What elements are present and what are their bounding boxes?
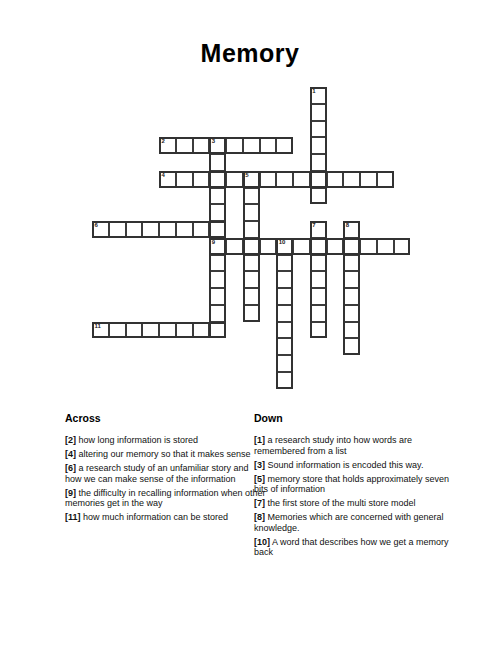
grid-cell[interactable]: 7: [310, 221, 327, 238]
grid-cell[interactable]: [209, 288, 226, 305]
clue-number: [9]: [65, 488, 76, 498]
grid-cell[interactable]: 10: [276, 238, 293, 255]
grid-cell[interactable]: [193, 322, 210, 339]
grid-cell[interactable]: [377, 171, 394, 188]
grid-cell[interactable]: [243, 271, 260, 288]
grid-cell[interactable]: [360, 171, 377, 188]
clue-text: how long information is stored: [79, 435, 199, 445]
grid-cell[interactable]: [310, 271, 327, 288]
clue-number: [6]: [65, 463, 76, 473]
cell-number: 1: [312, 88, 315, 95]
clue-down-3: [3] Sound information is encoded this wa…: [254, 460, 456, 471]
grid-cell[interactable]: 9: [209, 238, 226, 255]
grid-cell[interactable]: [159, 322, 176, 339]
grid-cell[interactable]: [209, 271, 226, 288]
grid-cell[interactable]: [343, 255, 360, 272]
cell-number: 3: [212, 138, 215, 145]
clue-text: Sound information is encoded this way.: [268, 460, 424, 470]
grid-cell[interactable]: [343, 238, 360, 255]
grid-cell[interactable]: [310, 238, 327, 255]
clue-text: Memories which are concerned with genera…: [254, 512, 444, 533]
grid-cell[interactable]: [276, 355, 293, 372]
grid-cell[interactable]: [209, 204, 226, 221]
grid-cell[interactable]: [310, 171, 327, 188]
grid-cell[interactable]: [260, 171, 277, 188]
grid-cell[interactable]: [260, 137, 277, 154]
clue-text: the difficulty in recalling information …: [65, 488, 265, 509]
grid-cell[interactable]: [209, 255, 226, 272]
clue-number: [4]: [65, 449, 76, 459]
grid-cell[interactable]: [276, 338, 293, 355]
clue-number: [3]: [254, 460, 265, 470]
grid-cell[interactable]: [226, 238, 243, 255]
grid-cell[interactable]: [176, 322, 193, 339]
grid-cell[interactable]: 8: [343, 221, 360, 238]
clue-number: [5]: [254, 474, 265, 484]
clue-text: the first store of the multi store model: [268, 498, 416, 508]
clue-number: [1]: [254, 435, 265, 445]
grid-cell[interactable]: [343, 305, 360, 322]
grid-cell[interactable]: [276, 288, 293, 305]
grid-cell[interactable]: [226, 171, 243, 188]
clue-across-9: [9] the difficulty in recalling informat…: [65, 488, 267, 509]
grid-cell[interactable]: [226, 137, 243, 154]
clue-number: [2]: [65, 435, 76, 445]
grid-cell[interactable]: [276, 322, 293, 339]
grid-cell[interactable]: [276, 255, 293, 272]
puzzle-title: Memory: [0, 39, 500, 68]
down-header: Down: [254, 412, 456, 424]
puzzle-page: Memory 1234567891011 Across [2] how long…: [0, 0, 500, 647]
grid-cell[interactable]: [209, 322, 226, 339]
grid-cell[interactable]: [142, 322, 159, 339]
grid-cell[interactable]: 2: [159, 137, 176, 154]
grid-cell[interactable]: [243, 188, 260, 205]
grid-cell[interactable]: [243, 288, 260, 305]
grid-cell[interactable]: [310, 154, 327, 171]
grid-cell[interactable]: [394, 238, 411, 255]
clue-down-7: [7] the first store of the multi store m…: [254, 498, 456, 509]
clue-across-2: [2] how long information is stored: [65, 435, 267, 446]
clue-text: how much information can be stored: [83, 512, 228, 522]
grid-cell[interactable]: [293, 171, 310, 188]
grid-cell[interactable]: [310, 188, 327, 205]
cell-number: 4: [162, 172, 165, 179]
grid-cell[interactable]: [310, 104, 327, 121]
clue-text: a research study of an unfamiliar story …: [65, 463, 249, 484]
grid-cell[interactable]: [360, 238, 377, 255]
down-clues: Down [1] a research study into how words…: [254, 412, 456, 561]
cell-number: 10: [279, 239, 286, 246]
grid-cell[interactable]: [209, 154, 226, 171]
grid-cell[interactable]: [243, 221, 260, 238]
cell-number: 8: [346, 222, 349, 229]
grid-cell[interactable]: [159, 221, 176, 238]
grid-cell[interactable]: [310, 121, 327, 138]
cell-number: 5: [245, 172, 248, 179]
clue-text: memory store that holds approximately se…: [254, 474, 449, 495]
grid-cell[interactable]: [310, 137, 327, 154]
grid-cell[interactable]: 11: [92, 322, 109, 339]
cell-number: 6: [95, 222, 98, 229]
grid-cell[interactable]: [310, 305, 327, 322]
grid-cell[interactable]: [343, 322, 360, 339]
grid-cell[interactable]: [343, 271, 360, 288]
grid-cell[interactable]: [243, 204, 260, 221]
grid-cell[interactable]: [142, 221, 159, 238]
grid-cell[interactable]: [176, 221, 193, 238]
crossword-grid: 1234567891011: [92, 87, 410, 389]
grid-cell[interactable]: [343, 338, 360, 355]
grid-cell[interactable]: [310, 288, 327, 305]
grid-cell[interactable]: [343, 288, 360, 305]
clue-down-5: [5] memory store that holds approximatel…: [254, 474, 456, 495]
grid-cell[interactable]: [310, 322, 327, 339]
clue-across-11: [11] how much information can be stored: [65, 512, 267, 523]
grid-cell[interactable]: 1: [310, 87, 327, 104]
clue-number: [11]: [65, 512, 81, 522]
grid-cell[interactable]: [109, 221, 126, 238]
grid-cell[interactable]: [276, 372, 293, 389]
cell-number: 2: [162, 138, 165, 145]
grid-cell[interactable]: [243, 255, 260, 272]
grid-cell[interactable]: [276, 271, 293, 288]
grid-cell[interactable]: [209, 221, 226, 238]
grid-cell[interactable]: [126, 322, 143, 339]
grid-cell[interactable]: [176, 171, 193, 188]
across-header: Across: [65, 412, 267, 424]
clue-number: [8]: [254, 512, 265, 522]
grid-cell[interactable]: [343, 171, 360, 188]
clue-down-8: [8] Memories which are concerned with ge…: [254, 512, 456, 533]
clue-text: altering our memory so that it makes sen…: [79, 449, 251, 459]
grid-cell[interactable]: [377, 238, 394, 255]
grid-cell[interactable]: [276, 305, 293, 322]
clue-text: a research study into how words are reme…: [254, 435, 412, 456]
grid-cell[interactable]: 3: [209, 137, 226, 154]
grid-cell[interactable]: [126, 221, 143, 238]
grid-cell[interactable]: [193, 137, 210, 154]
grid-cell[interactable]: 4: [159, 171, 176, 188]
across-clues: Across [2] how long information is store…: [65, 412, 267, 526]
grid-cell[interactable]: [209, 188, 226, 205]
cell-number: 9: [212, 239, 215, 246]
cell-number: 11: [95, 323, 101, 330]
grid-cell[interactable]: [276, 137, 293, 154]
grid-cell[interactable]: [293, 238, 310, 255]
grid-cell[interactable]: [243, 137, 260, 154]
clue-across-6: [6] a research study of an unfamiliar st…: [65, 463, 267, 484]
grid-cell[interactable]: [243, 238, 260, 255]
clue-down-10: [10] A word that describes how we get a …: [254, 537, 456, 558]
grid-cell[interactable]: [327, 171, 344, 188]
grid-cell[interactable]: 5: [243, 171, 260, 188]
grid-cell[interactable]: [276, 171, 293, 188]
clue-number: [10]: [254, 537, 270, 547]
clue-number: [7]: [254, 498, 265, 508]
grid-cell[interactable]: [243, 305, 260, 322]
cell-number: 7: [312, 222, 315, 229]
grid-cell[interactable]: [209, 305, 226, 322]
clue-text: A word that describes how we get a memor…: [254, 537, 449, 558]
grid-cell[interactable]: [109, 322, 126, 339]
grid-cell[interactable]: [260, 238, 277, 255]
grid-cell[interactable]: [176, 137, 193, 154]
grid-cell[interactable]: [327, 238, 344, 255]
grid-cell[interactable]: [310, 255, 327, 272]
grid-cell[interactable]: [193, 221, 210, 238]
clue-across-4: [4] altering our memory so that it makes…: [65, 449, 267, 460]
grid-cell[interactable]: [209, 171, 226, 188]
grid-cell[interactable]: 6: [92, 221, 109, 238]
clue-down-1: [1] a research study into how words are …: [254, 435, 456, 456]
grid-cell[interactable]: [193, 171, 210, 188]
